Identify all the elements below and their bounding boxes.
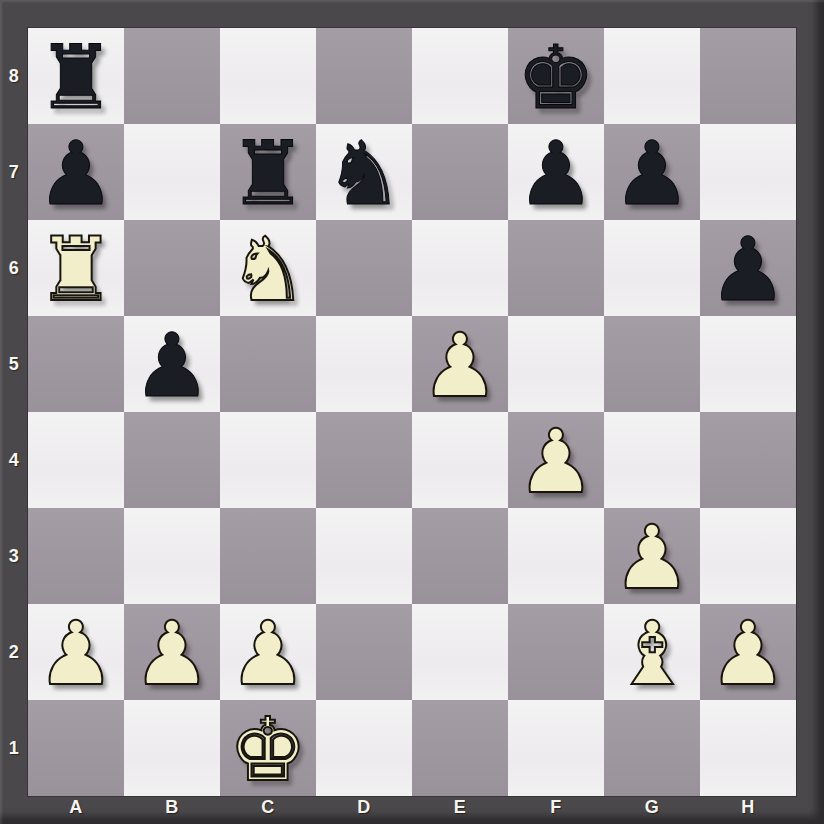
square-e3[interactable] [412,508,508,604]
square-h3[interactable] [700,508,796,604]
square-e2[interactable] [412,604,508,700]
square-c1[interactable]: ♚ [220,700,316,796]
square-a1[interactable] [28,700,124,796]
white-king-piece[interactable]: ♚ [229,706,308,794]
white-pawn-piece[interactable]: ♟ [613,514,692,602]
square-g6[interactable] [604,220,700,316]
square-f8[interactable]: ♚ [508,28,604,124]
square-c5[interactable] [220,316,316,412]
square-h7[interactable] [700,124,796,220]
file-label-a: A [28,794,124,820]
black-king-piece[interactable]: ♚ [517,34,596,122]
square-d5[interactable] [316,316,412,412]
black-knight-piece[interactable]: ♞ [325,130,404,218]
black-rook-piece[interactable]: ♜ [37,34,116,122]
file-label-e: E [412,794,508,820]
square-g7[interactable]: ♟ [604,124,700,220]
square-g1[interactable] [604,700,700,796]
square-b6[interactable] [124,220,220,316]
square-a3[interactable] [28,508,124,604]
square-f4[interactable]: ♟ [508,412,604,508]
rank-label-7: 7 [0,124,28,220]
square-c6[interactable]: ♞ [220,220,316,316]
square-c3[interactable] [220,508,316,604]
square-b3[interactable] [124,508,220,604]
white-pawn-piece[interactable]: ♟ [37,610,116,698]
black-pawn-piece[interactable]: ♟ [613,130,692,218]
square-g3[interactable]: ♟ [604,508,700,604]
square-h4[interactable] [700,412,796,508]
square-f5[interactable] [508,316,604,412]
square-e7[interactable] [412,124,508,220]
square-e4[interactable] [412,412,508,508]
rank-label-6: 6 [0,220,28,316]
rank-labels: 87654321 [0,28,28,796]
rank-label-5: 5 [0,316,28,412]
square-f2[interactable] [508,604,604,700]
black-rook-piece[interactable]: ♜ [229,130,308,218]
square-h1[interactable] [700,700,796,796]
white-pawn-piece[interactable]: ♟ [133,610,212,698]
square-d1[interactable] [316,700,412,796]
white-pawn-piece[interactable]: ♟ [229,610,308,698]
white-knight-piece[interactable]: ♞ [229,226,308,314]
square-a7[interactable]: ♟ [28,124,124,220]
square-e1[interactable] [412,700,508,796]
square-b4[interactable] [124,412,220,508]
rank-label-3: 3 [0,508,28,604]
square-g5[interactable] [604,316,700,412]
white-pawn-piece[interactable]: ♟ [517,418,596,506]
square-d4[interactable] [316,412,412,508]
square-e8[interactable] [412,28,508,124]
file-labels: ABCDEFGH [28,794,796,820]
square-a6[interactable]: ♜ [28,220,124,316]
chess-diagram: 87654321 ♜♚♟♜♞♟♟♜♞♟♟♟♟♟♟♟♟♝♟♚ ABCDEFGH [0,0,824,824]
file-label-h: H [700,794,796,820]
square-a4[interactable] [28,412,124,508]
square-b5[interactable]: ♟ [124,316,220,412]
square-b2[interactable]: ♟ [124,604,220,700]
square-c7[interactable]: ♜ [220,124,316,220]
square-d8[interactable] [316,28,412,124]
square-g8[interactable] [604,28,700,124]
square-b1[interactable] [124,700,220,796]
square-b7[interactable] [124,124,220,220]
square-e5[interactable]: ♟ [412,316,508,412]
square-h6[interactable]: ♟ [700,220,796,316]
square-f3[interactable] [508,508,604,604]
white-rook-piece[interactable]: ♜ [37,226,116,314]
square-c8[interactable] [220,28,316,124]
file-label-c: C [220,794,316,820]
white-bishop-piece[interactable]: ♝ [613,610,692,698]
square-h8[interactable] [700,28,796,124]
square-c2[interactable]: ♟ [220,604,316,700]
rank-label-1: 1 [0,700,28,796]
square-a5[interactable] [28,316,124,412]
square-d2[interactable] [316,604,412,700]
square-f7[interactable]: ♟ [508,124,604,220]
black-pawn-piece[interactable]: ♟ [37,130,116,218]
file-label-f: F [508,794,604,820]
square-h5[interactable] [700,316,796,412]
square-f6[interactable] [508,220,604,316]
square-f1[interactable] [508,700,604,796]
square-h2[interactable]: ♟ [700,604,796,700]
square-g2[interactable]: ♝ [604,604,700,700]
rank-label-2: 2 [0,604,28,700]
square-d7[interactable]: ♞ [316,124,412,220]
square-c4[interactable] [220,412,316,508]
square-a8[interactable]: ♜ [28,28,124,124]
square-a2[interactable]: ♟ [28,604,124,700]
white-pawn-piece[interactable]: ♟ [709,610,788,698]
square-d3[interactable] [316,508,412,604]
square-b8[interactable] [124,28,220,124]
black-pawn-piece[interactable]: ♟ [709,226,788,314]
file-label-b: B [124,794,220,820]
rank-label-4: 4 [0,412,28,508]
square-g4[interactable] [604,412,700,508]
square-e6[interactable] [412,220,508,316]
white-pawn-piece[interactable]: ♟ [421,322,500,410]
file-label-g: G [604,794,700,820]
black-pawn-piece[interactable]: ♟ [517,130,596,218]
chess-board: ♜♚♟♜♞♟♟♜♞♟♟♟♟♟♟♟♟♝♟♚ [28,28,796,796]
file-label-d: D [316,794,412,820]
square-d6[interactable] [316,220,412,316]
rank-label-8: 8 [0,28,28,124]
black-pawn-piece[interactable]: ♟ [133,322,212,410]
